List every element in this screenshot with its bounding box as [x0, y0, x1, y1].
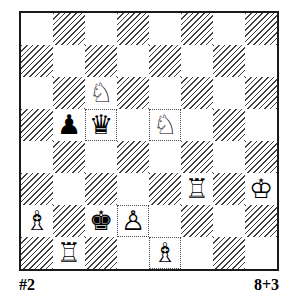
- square-h1: [245, 237, 277, 269]
- square-f1: [181, 237, 213, 269]
- square-b4: [53, 141, 85, 173]
- chess-board: ♘♟♛♘♖♔♗♚♙♖♗: [19, 11, 279, 271]
- square-c3: [85, 173, 117, 205]
- square-e5: ♘: [149, 109, 181, 141]
- square-e4: [149, 141, 181, 173]
- square-g7: [213, 45, 245, 77]
- white-king-icon: ♔: [249, 173, 273, 205]
- square-b8: [53, 13, 85, 45]
- square-a8: [21, 13, 53, 45]
- square-b2: [53, 205, 85, 237]
- square-b5: ♟: [53, 109, 85, 141]
- stipulation-label: #2: [19, 276, 35, 294]
- square-d7: [117, 45, 149, 77]
- piece-count-label: 8+3: [254, 276, 279, 294]
- black-pawn-icon: ♟: [57, 109, 81, 141]
- square-a7: [21, 45, 53, 77]
- chess-diagram-page: ♘♟♛♘♖♔♗♚♙♖♗ #2 8+3: [0, 0, 300, 300]
- square-h7: [245, 45, 277, 77]
- square-c2: ♚: [85, 205, 117, 237]
- white-rook-icon: ♖: [57, 237, 81, 269]
- square-a4: [21, 141, 53, 173]
- white-bishop-icon: ♗: [25, 205, 49, 237]
- square-a1: [21, 237, 53, 269]
- square-a2: ♗: [21, 205, 53, 237]
- square-d3: [117, 173, 149, 205]
- square-a3: [21, 173, 53, 205]
- square-h6: [245, 77, 277, 109]
- square-e1: ♗: [149, 237, 181, 269]
- square-g8: [213, 13, 245, 45]
- square-c5: ♛: [85, 109, 117, 141]
- square-e3: [149, 173, 181, 205]
- square-g4: [213, 141, 245, 173]
- square-c6: ♘: [85, 77, 117, 109]
- square-f2: [181, 205, 213, 237]
- square-d6: [117, 77, 149, 109]
- square-e7: [149, 45, 181, 77]
- square-f6: [181, 77, 213, 109]
- black-queen-icon: ♛: [89, 109, 113, 141]
- square-g3: [213, 173, 245, 205]
- white-pawn-icon: ♙: [121, 205, 145, 237]
- square-g5: [213, 109, 245, 141]
- square-h4: [245, 141, 277, 173]
- white-knight-icon: ♘: [89, 77, 113, 109]
- square-a6: [21, 77, 53, 109]
- square-f5: [181, 109, 213, 141]
- white-rook-icon: ♖: [185, 173, 209, 205]
- square-d1: [117, 237, 149, 269]
- square-h3: ♔: [245, 173, 277, 205]
- square-d2: ♙: [117, 205, 149, 237]
- square-e2: [149, 205, 181, 237]
- square-c7: [85, 45, 117, 77]
- square-b3: [53, 173, 85, 205]
- square-a5: [21, 109, 53, 141]
- square-g1: [213, 237, 245, 269]
- black-king-icon: ♚: [89, 205, 113, 237]
- square-h8: [245, 13, 277, 45]
- white-knight-icon: ♘: [153, 109, 177, 141]
- white-bishop-icon: ♗: [153, 237, 177, 269]
- square-b6: [53, 77, 85, 109]
- square-e8: [149, 13, 181, 45]
- square-f3: ♖: [181, 173, 213, 205]
- square-h5: [245, 109, 277, 141]
- square-h2: [245, 205, 277, 237]
- square-d8: [117, 13, 149, 45]
- square-f8: [181, 13, 213, 45]
- square-e6: [149, 77, 181, 109]
- square-g2: [213, 205, 245, 237]
- square-b7: [53, 45, 85, 77]
- square-c1: [85, 237, 117, 269]
- square-f7: [181, 45, 213, 77]
- square-g6: [213, 77, 245, 109]
- square-f4: [181, 141, 213, 173]
- square-d5: [117, 109, 149, 141]
- square-d4: [117, 141, 149, 173]
- square-c4: [85, 141, 117, 173]
- caption-row: #2 8+3: [19, 276, 279, 294]
- square-c8: [85, 13, 117, 45]
- square-b1: ♖: [53, 237, 85, 269]
